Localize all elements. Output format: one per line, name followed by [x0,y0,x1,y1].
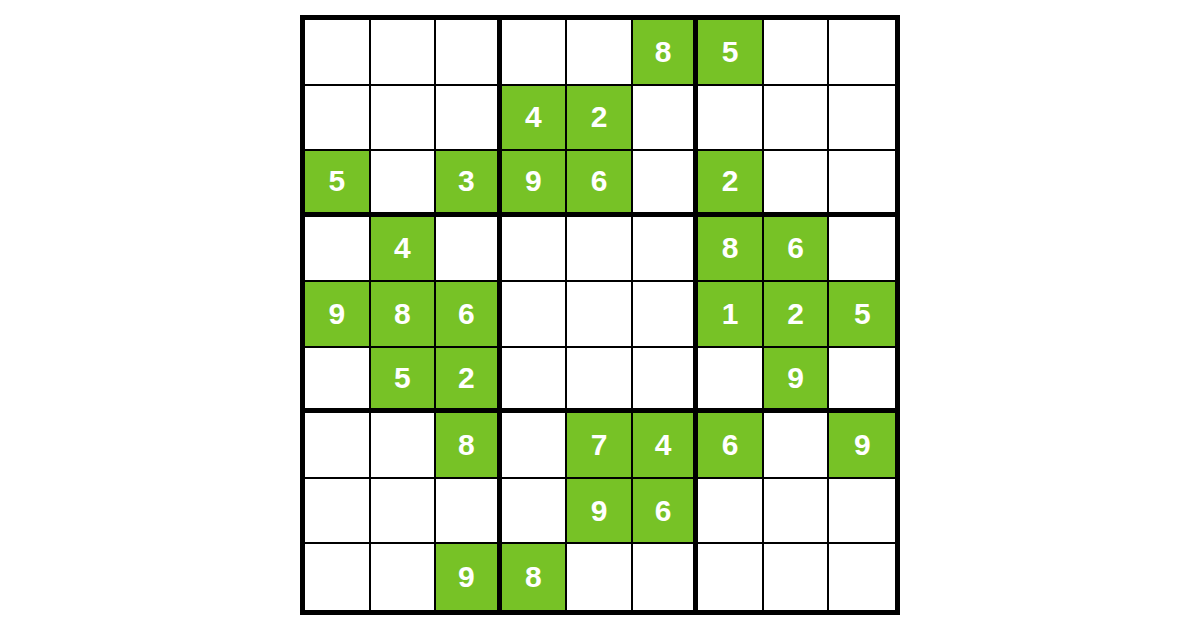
sudoku-cell-r3c6[interactable] [633,151,699,217]
sudoku-cell-r2c3[interactable] [436,86,502,152]
sudoku-cell-r5c7[interactable]: 1 [698,282,764,348]
sudoku-cell-r7c4[interactable] [502,413,568,479]
sudoku-cell-r9c1[interactable] [305,544,371,610]
sudoku-cell-r9c2[interactable] [371,544,437,610]
sudoku-cell-r3c4[interactable]: 9 [502,151,568,217]
sudoku-cell-r1c5[interactable] [567,20,633,86]
sudoku-cell-r3c2[interactable] [371,151,437,217]
sudoku-cell-r3c8[interactable] [764,151,830,217]
sudoku-cell-r2c5[interactable]: 2 [567,86,633,152]
sudoku-cell-r7c1[interactable] [305,413,371,479]
sudoku-cell-r3c1[interactable]: 5 [305,151,371,217]
sudoku-cell-r8c2[interactable] [371,479,437,545]
sudoku-cell-r6c9[interactable] [829,348,895,414]
sudoku-cell-r5c6[interactable] [633,282,699,348]
sudoku-cell-r9c5[interactable] [567,544,633,610]
sudoku-cell-r2c1[interactable] [305,86,371,152]
sudoku-cell-r2c9[interactable] [829,86,895,152]
sudoku-cell-r9c7[interactable] [698,544,764,610]
sudoku-cell-r5c2[interactable]: 8 [371,282,437,348]
sudoku-cell-r9c8[interactable] [764,544,830,610]
sudoku-cell-r7c8[interactable] [764,413,830,479]
sudoku-cell-r2c4[interactable]: 4 [502,86,568,152]
sudoku-cell-r7c7[interactable]: 6 [698,413,764,479]
sudoku-cell-r1c3[interactable] [436,20,502,86]
sudoku-cell-r6c3[interactable]: 2 [436,348,502,414]
sudoku-cell-r8c3[interactable] [436,479,502,545]
sudoku-cell-r3c9[interactable] [829,151,895,217]
sudoku-cell-r7c2[interactable] [371,413,437,479]
sudoku-cell-r4c9[interactable] [829,217,895,283]
sudoku-cell-r6c8[interactable]: 9 [764,348,830,414]
sudoku-cell-r7c5[interactable]: 7 [567,413,633,479]
sudoku-cell-r4c1[interactable] [305,217,371,283]
sudoku-cell-r5c5[interactable] [567,282,633,348]
sudoku-cell-r8c1[interactable] [305,479,371,545]
sudoku-cell-r9c9[interactable] [829,544,895,610]
sudoku-cell-r9c3[interactable]: 9 [436,544,502,610]
sudoku-cell-r8c9[interactable] [829,479,895,545]
sudoku-cell-r3c3[interactable]: 3 [436,151,502,217]
sudoku-cell-r7c3[interactable]: 8 [436,413,502,479]
sudoku-cell-r1c6[interactable]: 8 [633,20,699,86]
sudoku-cell-r8c4[interactable] [502,479,568,545]
sudoku-cell-r6c7[interactable] [698,348,764,414]
sudoku-cell-r9c6[interactable] [633,544,699,610]
sudoku-cell-r9c4[interactable]: 8 [502,544,568,610]
page: 854253962486986125529874699698 [0,0,1200,630]
sudoku-cell-r8c6[interactable]: 6 [633,479,699,545]
sudoku-cell-r4c8[interactable]: 6 [764,217,830,283]
sudoku-cell-r6c2[interactable]: 5 [371,348,437,414]
sudoku-cell-r8c5[interactable]: 9 [567,479,633,545]
sudoku-cell-r2c7[interactable] [698,86,764,152]
sudoku-cell-r4c6[interactable] [633,217,699,283]
sudoku-cell-r2c8[interactable] [764,86,830,152]
sudoku-cell-r6c1[interactable] [305,348,371,414]
sudoku-cell-r1c2[interactable] [371,20,437,86]
sudoku-cell-r4c5[interactable] [567,217,633,283]
sudoku-cell-r4c7[interactable]: 8 [698,217,764,283]
sudoku-cell-r5c9[interactable]: 5 [829,282,895,348]
sudoku-cell-r7c6[interactable]: 4 [633,413,699,479]
sudoku-cell-r5c8[interactable]: 2 [764,282,830,348]
sudoku-cell-r5c1[interactable]: 9 [305,282,371,348]
sudoku-cell-r6c6[interactable] [633,348,699,414]
sudoku-cell-r4c2[interactable]: 4 [371,217,437,283]
sudoku-cell-r5c3[interactable]: 6 [436,282,502,348]
sudoku-cell-r4c4[interactable] [502,217,568,283]
sudoku-cell-r3c5[interactable]: 6 [567,151,633,217]
sudoku-board: 854253962486986125529874699698 [300,15,900,615]
sudoku-cell-r8c8[interactable] [764,479,830,545]
sudoku-cell-r6c4[interactable] [502,348,568,414]
sudoku-cell-r1c1[interactable] [305,20,371,86]
sudoku-cell-r2c2[interactable] [371,86,437,152]
sudoku-cell-r1c9[interactable] [829,20,895,86]
sudoku-cell-r5c4[interactable] [502,282,568,348]
sudoku-cell-r8c7[interactable] [698,479,764,545]
sudoku-cell-r2c6[interactable] [633,86,699,152]
sudoku-cell-r6c5[interactable] [567,348,633,414]
sudoku-cell-r1c7[interactable]: 5 [698,20,764,86]
sudoku-cell-r1c4[interactable] [502,20,568,86]
sudoku-cell-r1c8[interactable] [764,20,830,86]
sudoku-cell-r4c3[interactable] [436,217,502,283]
sudoku-cell-r7c9[interactable]: 9 [829,413,895,479]
sudoku-cell-r3c7[interactable]: 2 [698,151,764,217]
